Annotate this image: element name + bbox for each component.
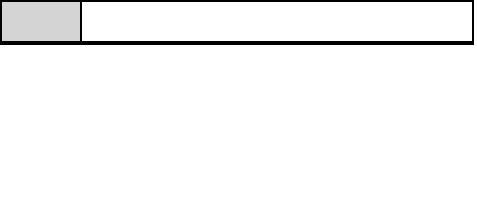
nonogram-puzzle bbox=[0, 0, 474, 45]
corner-block bbox=[2, 2, 82, 41]
clue-header-row bbox=[2, 2, 472, 43]
column-clues-area bbox=[82, 2, 472, 41]
